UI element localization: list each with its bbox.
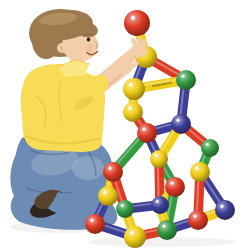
toy-ball-specular (156, 200, 159, 203)
toy-ball-red (165, 177, 185, 197)
toy-ball-specular (193, 215, 196, 218)
toy-ball-green (116, 200, 134, 218)
toy-ball-specular (129, 83, 133, 87)
toy-ball-red (188, 210, 208, 230)
toy-ball-yellow (150, 150, 168, 168)
toy-ball-specular (162, 225, 165, 228)
hair-side (32, 23, 60, 59)
toy-ball-yellow (123, 78, 145, 100)
finger (139, 39, 141, 47)
toy-ball-specular (90, 219, 93, 222)
toy-ball-specular (195, 167, 198, 170)
toy-ball-yellow (98, 186, 118, 206)
toy-ball-red (85, 214, 105, 234)
eye (87, 37, 91, 41)
toy-ball-red (103, 162, 123, 182)
toy-ball-specular (176, 119, 179, 122)
toy-ball-blue (151, 196, 169, 214)
toy-ball-blue (215, 200, 235, 220)
toy-ball-specular (131, 16, 135, 20)
finger (144, 41, 145, 49)
toy-ball-specular (181, 75, 184, 78)
toy-ball-specular (103, 191, 106, 194)
toy-ball-specular (170, 182, 173, 185)
photo-scene: magneatos (0, 0, 250, 250)
toy-ball-specular (142, 128, 145, 131)
toy-ball-specular (155, 154, 158, 157)
toy-ball-specular (206, 143, 209, 146)
toy-ball-blue (171, 114, 191, 134)
toy-ball-specular (121, 204, 124, 207)
cheek-blush (86, 44, 94, 52)
toy-ball-green (201, 139, 219, 157)
toy-ball-specular (220, 205, 223, 208)
toy-ball-specular (108, 167, 111, 170)
toy-ball-specular (130, 231, 134, 235)
product-photo: magneatos (0, 0, 250, 250)
toy-ball-yellow (190, 162, 210, 182)
toy-ball-red (137, 123, 157, 143)
toy-ball-specular (128, 107, 131, 110)
toy-ball-red (124, 10, 150, 36)
toy-ball-yellow (123, 102, 143, 122)
toy-ball-yellow (124, 226, 146, 248)
toy-ball-green (176, 70, 196, 90)
toy-ball-green (157, 220, 177, 240)
